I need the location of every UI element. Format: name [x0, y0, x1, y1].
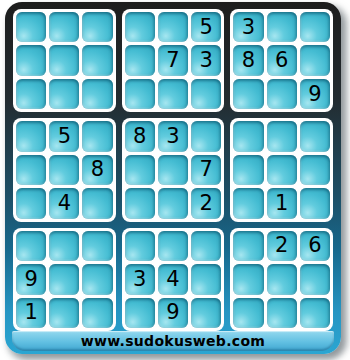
cell-r4c5[interactable]: 3: [158, 121, 188, 151]
cell-r6c4[interactable]: [125, 188, 155, 218]
cell-r4c2[interactable]: 5: [49, 121, 79, 151]
cell-r7c6[interactable]: [191, 231, 221, 261]
cell-r9c5[interactable]: 9: [158, 298, 188, 328]
cell-r8c8[interactable]: [267, 264, 297, 294]
cell-r4c3[interactable]: [82, 121, 112, 151]
cell-r4c6[interactable]: [191, 121, 221, 151]
cell-r1c1[interactable]: [16, 12, 46, 42]
cell-r1c3[interactable]: [82, 12, 112, 42]
cell-r2c4[interactable]: [125, 45, 155, 75]
cell-r9c7[interactable]: [233, 298, 263, 328]
cell-r6c7[interactable]: [233, 188, 263, 218]
cell-r6c3[interactable]: [82, 188, 112, 218]
box-r3c2: 349: [122, 228, 225, 331]
cell-r4c9[interactable]: [300, 121, 330, 151]
cell-r9c9[interactable]: [300, 298, 330, 328]
cell-r7c1[interactable]: [16, 231, 46, 261]
cell-r3c7[interactable]: [233, 79, 263, 109]
cell-r2c8[interactable]: 6: [267, 45, 297, 75]
cell-r8c3[interactable]: [82, 264, 112, 294]
cell-r8c5[interactable]: 4: [158, 264, 188, 294]
cell-r7c3[interactable]: [82, 231, 112, 261]
cell-r9c3[interactable]: [82, 298, 112, 328]
cell-r9c1[interactable]: 1: [16, 298, 46, 328]
cell-r1c6[interactable]: 5: [191, 12, 221, 42]
cell-r3c6[interactable]: [191, 79, 221, 109]
cell-r5c3[interactable]: 8: [82, 155, 112, 185]
cell-r4c8[interactable]: [267, 121, 297, 151]
box-r2c3: 1: [230, 118, 333, 221]
cell-r8c2[interactable]: [49, 264, 79, 294]
box-r1c1: [13, 9, 116, 112]
cell-r8c9[interactable]: [300, 264, 330, 294]
cell-r2c3[interactable]: [82, 45, 112, 75]
cell-r6c8[interactable]: 1: [267, 188, 297, 218]
cell-r9c8[interactable]: [267, 298, 297, 328]
cell-r7c2[interactable]: [49, 231, 79, 261]
cell-r3c2[interactable]: [49, 79, 79, 109]
cell-r5c7[interactable]: [233, 155, 263, 185]
cell-r1c2[interactable]: [49, 12, 79, 42]
cell-r1c7[interactable]: 3: [233, 12, 263, 42]
box-r2c2: 8372: [122, 118, 225, 221]
cell-r6c1[interactable]: [16, 188, 46, 218]
cell-r9c6[interactable]: [191, 298, 221, 328]
cell-r7c8[interactable]: 2: [267, 231, 297, 261]
cell-r8c6[interactable]: [191, 264, 221, 294]
cell-r3c1[interactable]: [16, 79, 46, 109]
cell-r8c7[interactable]: [233, 264, 263, 294]
cell-r2c5[interactable]: 7: [158, 45, 188, 75]
cell-r5c9[interactable]: [300, 155, 330, 185]
cell-r7c4[interactable]: [125, 231, 155, 261]
cell-r5c4[interactable]: [125, 155, 155, 185]
sudoku-board: 5733869584837219134926 www.sudokusweb.co…: [5, 2, 341, 354]
cell-r9c4[interactable]: [125, 298, 155, 328]
cell-r5c2[interactable]: [49, 155, 79, 185]
cell-r5c8[interactable]: [267, 155, 297, 185]
cell-r6c9[interactable]: [300, 188, 330, 218]
cell-r4c7[interactable]: [233, 121, 263, 151]
cell-r5c5[interactable]: [158, 155, 188, 185]
box-r3c1: 91: [13, 228, 116, 331]
cell-r6c2[interactable]: 4: [49, 188, 79, 218]
cell-r3c5[interactable]: [158, 79, 188, 109]
sudoku-grid: 5733869584837219134926: [13, 9, 333, 331]
cell-r9c2[interactable]: [49, 298, 79, 328]
cell-r3c3[interactable]: [82, 79, 112, 109]
cell-r3c9[interactable]: 9: [300, 79, 330, 109]
cell-r2c6[interactable]: 3: [191, 45, 221, 75]
cell-r4c4[interactable]: 8: [125, 121, 155, 151]
cell-r8c4[interactable]: 3: [125, 264, 155, 294]
box-r1c2: 573: [122, 9, 225, 112]
box-r2c1: 584: [13, 118, 116, 221]
cell-r6c5[interactable]: [158, 188, 188, 218]
footer-band: www.sudokusweb.com: [12, 331, 334, 351]
cell-r4c1[interactable]: [16, 121, 46, 151]
cell-r7c5[interactable]: [158, 231, 188, 261]
cell-r2c1[interactable]: [16, 45, 46, 75]
cell-r3c8[interactable]: [267, 79, 297, 109]
box-r3c3: 26: [230, 228, 333, 331]
cell-r2c7[interactable]: 8: [233, 45, 263, 75]
cell-r1c4[interactable]: [125, 12, 155, 42]
cell-r1c9[interactable]: [300, 12, 330, 42]
cell-r8c1[interactable]: 9: [16, 264, 46, 294]
cell-r6c6[interactable]: 2: [191, 188, 221, 218]
cell-r1c5[interactable]: [158, 12, 188, 42]
box-r1c3: 3869: [230, 9, 333, 112]
page: 5733869584837219134926 www.sudokusweb.co…: [0, 0, 350, 360]
cell-r3c4[interactable]: [125, 79, 155, 109]
cell-r2c2[interactable]: [49, 45, 79, 75]
cell-r1c8[interactable]: [267, 12, 297, 42]
website-label: www.sudokusweb.com: [81, 333, 265, 349]
cell-r2c9[interactable]: [300, 45, 330, 75]
cell-r7c7[interactable]: [233, 231, 263, 261]
cell-r5c6[interactable]: 7: [191, 155, 221, 185]
cell-r7c9[interactable]: 6: [300, 231, 330, 261]
cell-r5c1[interactable]: [16, 155, 46, 185]
